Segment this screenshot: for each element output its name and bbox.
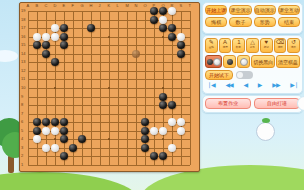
homework-button-2[interactable]: 自由打谱 — [254, 98, 300, 109]
go-board[interactable]: ABCDEFGHJKLMNOPQRST191817161514131211109… — [19, 2, 200, 172]
black-stone — [87, 24, 95, 32]
coord-label: O — [144, 4, 147, 8]
coord-label: J — [99, 4, 101, 8]
black-stone — [150, 16, 158, 24]
star-point — [108, 87, 110, 89]
grid-line — [127, 11, 128, 165]
coord-label: M — [126, 4, 129, 8]
homework-button-1[interactable]: 布置作业 — [205, 98, 251, 109]
classroom-button-4[interactable]: 课堂互动 — [278, 5, 300, 15]
classroom-button-2[interactable]: 课堂演示 — [229, 5, 251, 15]
black-stone — [60, 118, 68, 126]
hill-left — [0, 172, 140, 190]
coord-label: 15 — [21, 43, 25, 47]
black-stone — [177, 50, 185, 58]
try-move-button[interactable]: 开始试下 — [205, 70, 233, 80]
star-point — [108, 36, 110, 38]
coord-label: N — [135, 4, 138, 8]
coord-label: 8 — [21, 103, 23, 107]
coord-label: C — [45, 4, 48, 8]
black-stone — [159, 24, 167, 32]
classroom-button-3[interactable]: 自动演示 — [254, 5, 276, 15]
coord-label: K — [108, 4, 111, 8]
white-stone — [42, 33, 50, 41]
white-stone — [159, 16, 167, 24]
black-stone — [159, 152, 167, 160]
white-stone — [51, 24, 59, 32]
white-stone — [42, 144, 50, 152]
coord-label: 9 — [21, 95, 23, 99]
white-stone — [33, 33, 41, 41]
playback-4-icon[interactable]: ▶ — [258, 82, 262, 89]
grid-line — [28, 114, 190, 115]
coord-label: 16 — [21, 35, 25, 39]
grid-line — [154, 11, 155, 165]
coord-label: B — [36, 4, 39, 8]
white-stone-icon — [213, 58, 221, 66]
stone-mode-white-only[interactable] — [237, 55, 250, 68]
tool-button-标记[interactable]: ♥标记 — [260, 38, 273, 53]
coord-label: E — [63, 4, 66, 8]
tool-button-数字[interactable]: 1数字 — [232, 38, 245, 53]
grid-line — [136, 11, 137, 165]
black-stone — [33, 127, 41, 135]
coord-label: D — [54, 4, 57, 8]
coord-label: A — [27, 4, 30, 8]
white-stone — [42, 127, 50, 135]
star-point — [54, 87, 56, 89]
coord-label: L — [117, 4, 119, 8]
coord-label: 7 — [21, 112, 23, 116]
black-stone — [141, 144, 149, 152]
white-stone — [51, 144, 59, 152]
black-stone — [159, 93, 167, 101]
stone-mode-切换黑白[interactable]: 切换黑白 — [251, 55, 275, 68]
go-classroom-window: ABCDEFGHJKLMNOPQRST191817161514131211109… — [0, 0, 304, 190]
grid-line — [118, 11, 119, 165]
black-stone — [141, 118, 149, 126]
playback-2-icon[interactable]: ◀◀ — [225, 82, 232, 89]
black-stone-icon — [207, 59, 213, 65]
coord-label: 10 — [21, 86, 25, 90]
coord-label: 3 — [21, 146, 23, 150]
black-stone — [60, 152, 68, 160]
black-stone — [51, 58, 59, 66]
grid-line — [28, 165, 190, 166]
tool-button-画笔[interactable]: ✎画笔 — [205, 38, 218, 53]
white-stone — [177, 33, 185, 41]
game-button-2[interactable]: 数子 — [229, 17, 251, 27]
black-stone — [150, 152, 158, 160]
black-stone — [60, 127, 68, 135]
coord-label: G — [81, 4, 84, 8]
tools-card: ✎画笔A字母1数字△记号♥标记⌫擦除↺清屏 切换黑白清空棋盘 开始试下 ❘◀◀◀… — [202, 35, 303, 94]
classroom-card: 开始上课课堂演示自动演示课堂互动 悔棋数子形势结束 — [202, 2, 303, 34]
black-stone — [78, 135, 86, 143]
coord-label: 5 — [21, 129, 23, 133]
stone-mode-alternate[interactable] — [205, 55, 222, 68]
black-stone — [141, 127, 149, 135]
grid-line — [190, 11, 191, 165]
black-stone — [168, 33, 176, 41]
white-stone — [33, 135, 41, 143]
coord-label: 12 — [21, 69, 25, 73]
black-stone — [69, 144, 77, 152]
coord-label: H — [90, 4, 93, 8]
game-button-3[interactable]: 形势 — [254, 17, 276, 27]
coord-label: 19 — [21, 9, 25, 13]
black-stone — [168, 24, 176, 32]
control-panel: 开始上课课堂演示自动演示课堂互动 悔棋数子形势结束 ✎画笔A字母1数字△记号♥标… — [201, 0, 303, 190]
tool-button-清屏[interactable]: ↺清屏 — [287, 38, 300, 53]
white-stone — [177, 127, 185, 135]
black-stone — [141, 135, 149, 143]
black-stone — [60, 41, 68, 49]
black-stone — [177, 41, 185, 49]
white-stone — [51, 127, 59, 135]
coord-label: 6 — [21, 120, 23, 124]
ghost-stone — [132, 50, 140, 58]
white-stone — [159, 127, 167, 135]
coord-label: 1 — [21, 163, 23, 167]
tool-button-擦除[interactable]: ⌫擦除 — [274, 38, 287, 53]
black-stone — [33, 41, 41, 49]
black-stone — [159, 101, 167, 109]
coord-label: S — [180, 4, 183, 8]
white-stone — [150, 127, 158, 135]
white-stone-icon — [240, 58, 248, 66]
tool-button-记号[interactable]: △记号 — [246, 38, 259, 53]
white-stone — [168, 144, 176, 152]
star-point — [162, 36, 164, 38]
tool-button-字母[interactable]: A字母 — [219, 38, 232, 53]
coord-label: 14 — [21, 52, 25, 56]
coord-label: F — [72, 4, 74, 8]
coord-label: 13 — [21, 60, 25, 64]
black-stone — [42, 41, 50, 49]
homework-card: 布置作业自由打谱 — [202, 95, 303, 113]
black-stone — [150, 7, 158, 15]
black-stone — [168, 101, 176, 109]
white-stone — [51, 33, 59, 41]
game-button-4[interactable]: 结束 — [278, 17, 300, 27]
star-point — [162, 87, 164, 89]
stone-mode-清空棋盘[interactable]: 清空棋盘 — [276, 55, 300, 68]
black-stone — [42, 118, 50, 126]
black-stone-icon — [227, 59, 233, 65]
playback-1-icon[interactable]: ❘◀ — [207, 82, 215, 89]
black-stone — [60, 33, 68, 41]
white-stone — [177, 118, 185, 126]
playback-3-icon[interactable]: ◀ — [243, 82, 247, 89]
playback-6-icon[interactable]: ▶❘ — [290, 82, 298, 89]
black-stone — [33, 118, 41, 126]
white-stone — [168, 118, 176, 126]
coord-label: 17 — [21, 26, 25, 30]
black-stone — [60, 24, 68, 32]
coord-label: 18 — [21, 18, 25, 22]
cloud — [0, 50, 18, 62]
classroom-button-1[interactable]: 开始上课 — [205, 5, 227, 15]
black-stone — [51, 118, 59, 126]
playback-5-icon[interactable]: ▶▶ — [272, 82, 279, 89]
coord-label: T — [189, 4, 191, 8]
try-move-toggle[interactable] — [236, 71, 253, 79]
white-stone — [168, 7, 176, 15]
black-stone — [42, 50, 50, 58]
coord-label: 2 — [21, 154, 23, 158]
coord-label: 11 — [21, 77, 25, 81]
stone-mode-black-only[interactable] — [223, 55, 236, 68]
game-button-1[interactable]: 悔棋 — [205, 17, 227, 27]
coord-label: 4 — [21, 137, 23, 141]
black-stone — [60, 135, 68, 143]
black-stone — [159, 7, 167, 15]
